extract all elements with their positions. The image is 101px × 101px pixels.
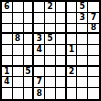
sudoku-cell-r6c9[interactable] [88, 56, 99, 67]
sudoku-given-r4c5[interactable]: 5 [45, 34, 56, 45]
sudoku-cell-r4c7[interactable] [67, 34, 78, 45]
sudoku-cell-r2c6[interactable] [56, 13, 67, 24]
sudoku-cell-r8c7[interactable] [67, 77, 78, 88]
sudoku-cell-r9c8[interactable] [77, 88, 88, 99]
sudoku-cell-r9c1[interactable] [2, 88, 13, 99]
sudoku-cell-r3c7[interactable] [67, 24, 78, 35]
sudoku-given-r4c2[interactable]: 8 [13, 34, 24, 45]
sudoku-cell-r9c7[interactable] [67, 88, 78, 99]
sudoku-cell-r5c6[interactable] [56, 45, 67, 56]
sudoku-given-r9c4[interactable]: 8 [34, 88, 45, 99]
sudoku-cell-r3c2[interactable] [13, 24, 24, 35]
sudoku-cell-r6c2[interactable] [13, 56, 24, 67]
sudoku-given-r1c5[interactable]: 2 [45, 2, 56, 13]
sudoku-cell-r8c5[interactable] [45, 77, 56, 88]
sudoku-cell-r2c5[interactable] [45, 13, 56, 24]
sudoku-cell-r2c1[interactable] [2, 13, 13, 24]
sudoku-cell-r7c5[interactable] [45, 67, 56, 78]
sudoku-given-r2c9[interactable]: 7 [88, 13, 99, 24]
sudoku-cell-r3c5[interactable] [45, 24, 56, 35]
sudoku-cell-r6c3[interactable] [24, 56, 35, 67]
sudoku-cell-r1c9[interactable] [88, 2, 99, 13]
sudoku-cell-r8c8[interactable] [77, 77, 88, 88]
sudoku-given-r5c4[interactable]: 4 [34, 45, 45, 56]
sudoku-cell-r2c3[interactable] [24, 13, 35, 24]
sudoku-cell-r6c1[interactable] [2, 56, 13, 67]
sudoku-cell-r9c9[interactable] [88, 88, 99, 99]
sudoku-given-r5c7[interactable]: 1 [67, 45, 78, 56]
sudoku-given-r1c8[interactable]: 5 [77, 2, 88, 13]
sudoku-cell-r8c6[interactable] [56, 77, 67, 88]
sudoku-cell-r1c4[interactable] [34, 2, 45, 13]
sudoku-cell-r3c6[interactable] [56, 24, 67, 35]
sudoku-cell-r5c3[interactable] [24, 45, 35, 56]
sudoku-cell-r1c6[interactable] [56, 2, 67, 13]
sudoku-cell-r7c4[interactable] [34, 67, 45, 78]
sudoku-cell-r5c8[interactable] [77, 45, 88, 56]
sudoku-cell-r4c8[interactable] [77, 34, 88, 45]
sudoku-given-r3c9[interactable]: 8 [88, 24, 99, 35]
sudoku-given-r7c7[interactable]: 2 [67, 67, 78, 78]
sudoku-board: 62537883541152478 [0, 0, 101, 101]
sudoku-cell-r3c4[interactable] [34, 24, 45, 35]
sudoku-cell-r1c3[interactable] [24, 2, 35, 13]
sudoku-cell-r4c6[interactable] [56, 34, 67, 45]
sudoku-cell-r7c6[interactable] [56, 67, 67, 78]
sudoku-cell-r5c9[interactable] [88, 45, 99, 56]
sudoku-given-r2c8[interactable]: 3 [77, 13, 88, 24]
sudoku-cell-r4c3[interactable] [24, 34, 35, 45]
sudoku-cell-r5c2[interactable] [13, 45, 24, 56]
sudoku-cell-r6c5[interactable] [45, 56, 56, 67]
sudoku-cell-r8c9[interactable] [88, 77, 99, 88]
sudoku-cell-r2c4[interactable] [34, 13, 45, 24]
sudoku-given-r1c1[interactable]: 6 [2, 2, 13, 13]
sudoku-cell-r7c2[interactable] [13, 67, 24, 78]
sudoku-given-r4c4[interactable]: 3 [34, 34, 45, 45]
sudoku-given-r8c1[interactable]: 4 [2, 77, 13, 88]
sudoku-cell-r9c2[interactable] [13, 88, 24, 99]
sudoku-cell-r7c9[interactable] [88, 67, 99, 78]
sudoku-cell-r8c3[interactable] [24, 77, 35, 88]
sudoku-cell-r5c1[interactable] [2, 45, 13, 56]
sudoku-cell-r1c2[interactable] [13, 2, 24, 13]
sudoku-cell-r9c3[interactable] [24, 88, 35, 99]
sudoku-cell-r2c2[interactable] [13, 13, 24, 24]
sudoku-cell-r6c7[interactable] [67, 56, 78, 67]
sudoku-cell-r3c8[interactable] [77, 24, 88, 35]
sudoku-cell-r3c1[interactable] [2, 24, 13, 35]
sudoku-cell-r3c3[interactable] [24, 24, 35, 35]
sudoku-cell-r8c2[interactable] [13, 77, 24, 88]
sudoku-cell-r1c7[interactable] [67, 2, 78, 13]
sudoku-cell-r9c6[interactable] [56, 88, 67, 99]
sudoku-cell-r7c8[interactable] [77, 67, 88, 78]
sudoku-cell-r5c5[interactable] [45, 45, 56, 56]
sudoku-given-r7c1[interactable]: 1 [2, 67, 13, 78]
sudoku-cell-r9c5[interactable] [45, 88, 56, 99]
sudoku-cell-r4c9[interactable] [88, 34, 99, 45]
sudoku-given-r7c3[interactable]: 5 [24, 67, 35, 78]
sudoku-cell-r6c8[interactable] [77, 56, 88, 67]
sudoku-cell-r2c7[interactable] [67, 13, 78, 24]
sudoku-cell-r4c1[interactable] [2, 34, 13, 45]
sudoku-given-r8c4[interactable]: 7 [34, 77, 45, 88]
sudoku-cell-r6c6[interactable] [56, 56, 67, 67]
sudoku-cell-r6c4[interactable] [34, 56, 45, 67]
